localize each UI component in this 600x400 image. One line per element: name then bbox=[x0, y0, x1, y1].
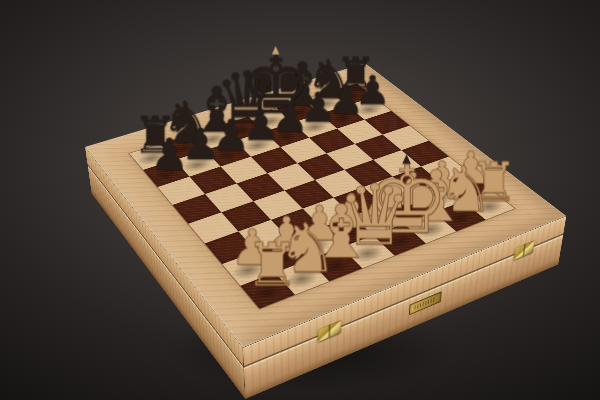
brass-nameplate bbox=[408, 291, 441, 315]
king-finial bbox=[272, 46, 279, 54]
chess-box: ♜♞♝♛♚♝♞♜♟♟♟♟♟♟♟♟♟♟♟♟♟♟♟♟♜♞♝♛♚♝♞♜ bbox=[85, 63, 566, 348]
king-finial bbox=[402, 154, 411, 164]
piece-white-rook[interactable]: ♜ bbox=[227, 235, 317, 295]
brass-clasp-left[interactable] bbox=[318, 320, 342, 343]
chess-box-photo: ♜♞♝♛♚♝♞♜♟♟♟♟♟♟♟♟♟♟♟♟♟♟♟♟♜♞♝♛♚♝♞♜ bbox=[0, 0, 600, 400]
scene-3d: ♜♞♝♛♚♝♞♜♟♟♟♟♟♟♟♟♟♟♟♟♟♟♟♟♜♞♝♛♚♝♞♜ bbox=[0, 0, 600, 400]
brass-clasp-right[interactable] bbox=[514, 240, 535, 261]
